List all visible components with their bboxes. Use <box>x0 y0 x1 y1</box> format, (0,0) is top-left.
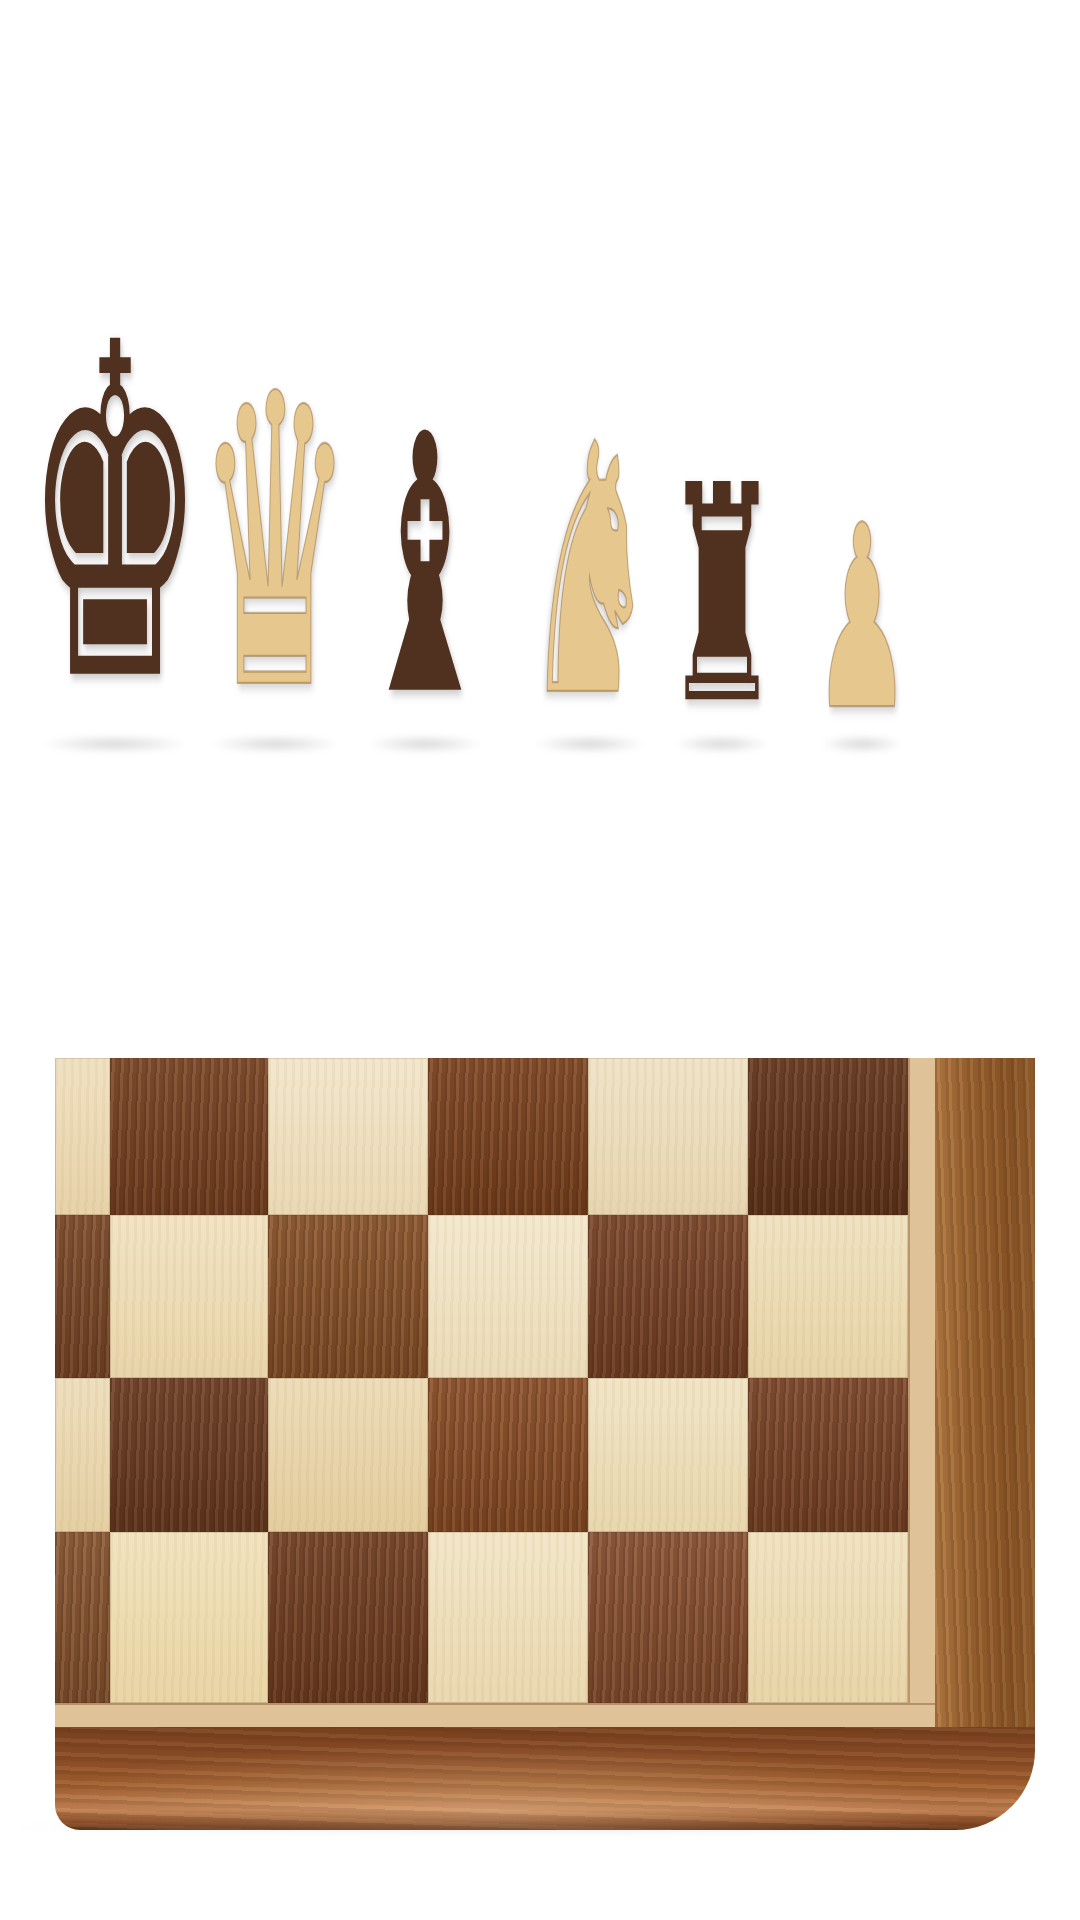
square-r1c5-light[interactable] <box>588 1058 748 1215</box>
board-shadow <box>20 1820 1010 1834</box>
square-r3c5-light[interactable] <box>588 1378 748 1532</box>
piece-pawn[interactable]: ♟ <box>807 492 917 745</box>
piece-king[interactable]: ♚ <box>15 285 215 745</box>
maple-border-bottom <box>55 1703 935 1727</box>
square-r4c4-light[interactable] <box>428 1532 588 1703</box>
square-r2c6-light[interactable] <box>748 1215 908 1378</box>
square-r1c1-light[interactable] <box>55 1058 110 1215</box>
square-r2c2-light[interactable] <box>110 1215 268 1378</box>
square-r2c5-dark[interactable] <box>588 1215 748 1378</box>
square-r4c3-dark[interactable] <box>268 1532 428 1703</box>
square-r2c1-dark[interactable] <box>55 1215 110 1378</box>
square-r2c3-dark[interactable] <box>268 1215 428 1378</box>
square-r4c5-dark[interactable] <box>588 1532 748 1703</box>
square-r1c3-light[interactable] <box>268 1058 428 1215</box>
square-r3c3-light[interactable] <box>268 1378 428 1532</box>
square-r1c6-dark[interactable] <box>748 1058 908 1215</box>
board-squares <box>55 1058 908 1703</box>
square-r4c1-dark[interactable] <box>55 1532 110 1703</box>
piece-rook[interactable]: ♜ <box>657 446 787 745</box>
board-frame-bottom <box>55 1727 1035 1830</box>
square-r3c2-dark[interactable] <box>110 1378 268 1532</box>
chess-pieces-row: ♚♛♝♞♜♟ <box>0 350 1080 745</box>
square-r3c4-dark[interactable] <box>428 1378 588 1532</box>
square-r3c6-dark[interactable] <box>748 1378 908 1532</box>
square-r3c1-light[interactable] <box>55 1378 110 1532</box>
square-r4c6-light[interactable] <box>748 1532 908 1703</box>
piece-queen[interactable]: ♛ <box>188 343 363 746</box>
square-r4c2-light[interactable] <box>110 1532 268 1703</box>
piece-knight[interactable]: ♞ <box>515 400 665 745</box>
square-r1c4-dark[interactable] <box>428 1058 588 1215</box>
chessboard <box>55 1058 1035 1830</box>
square-r2c4-light[interactable] <box>428 1215 588 1378</box>
square-r1c2-dark[interactable] <box>110 1058 268 1215</box>
board-frame-right <box>935 1058 1035 1727</box>
maple-border-right <box>908 1058 935 1751</box>
piece-bishop[interactable]: ♝ <box>348 389 503 746</box>
